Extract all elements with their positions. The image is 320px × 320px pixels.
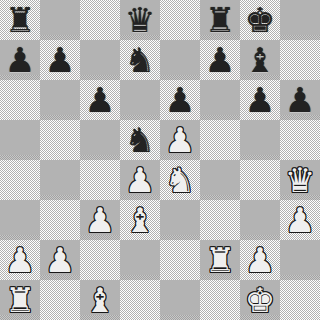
square-b7[interactable]: ♟ — [40, 40, 80, 80]
square-g6[interactable]: ♟ — [240, 80, 280, 120]
square-c2[interactable] — [80, 240, 120, 280]
chess-board: ♜♛♜♚♟♟♞♟♝♟♟♟♟♞♟♟♞♛♟♝♟♟♟♜♟♜♝♚ — [0, 0, 320, 320]
square-a8[interactable]: ♜ — [0, 0, 40, 40]
square-f1[interactable] — [200, 280, 240, 320]
square-g4[interactable] — [240, 160, 280, 200]
square-b5[interactable] — [40, 120, 80, 160]
square-c5[interactable] — [80, 120, 120, 160]
square-f5[interactable] — [200, 120, 240, 160]
square-e8[interactable] — [160, 0, 200, 40]
white-rook[interactable]: ♜ — [200, 240, 240, 280]
black-pawn[interactable]: ♟ — [240, 80, 280, 120]
square-g2[interactable]: ♟ — [240, 240, 280, 280]
square-g5[interactable] — [240, 120, 280, 160]
square-d8[interactable]: ♛ — [120, 0, 160, 40]
black-rook[interactable]: ♜ — [0, 0, 40, 40]
white-pawn[interactable]: ♟ — [0, 240, 40, 280]
black-rook[interactable]: ♜ — [200, 0, 240, 40]
square-h4[interactable]: ♛ — [280, 160, 320, 200]
square-g1[interactable]: ♚ — [240, 280, 280, 320]
square-d6[interactable] — [120, 80, 160, 120]
square-d7[interactable]: ♞ — [120, 40, 160, 80]
square-g7[interactable]: ♝ — [240, 40, 280, 80]
black-bishop[interactable]: ♝ — [240, 40, 280, 80]
square-d5[interactable]: ♞ — [120, 120, 160, 160]
square-f2[interactable]: ♜ — [200, 240, 240, 280]
square-c7[interactable] — [80, 40, 120, 80]
square-b6[interactable] — [40, 80, 80, 120]
black-pawn[interactable]: ♟ — [80, 80, 120, 120]
square-a4[interactable] — [0, 160, 40, 200]
square-e3[interactable] — [160, 200, 200, 240]
black-pawn[interactable]: ♟ — [40, 40, 80, 80]
square-b1[interactable] — [40, 280, 80, 320]
black-queen[interactable]: ♛ — [120, 0, 160, 40]
white-pawn[interactable]: ♟ — [160, 120, 200, 160]
square-h8[interactable] — [280, 0, 320, 40]
square-f8[interactable]: ♜ — [200, 0, 240, 40]
square-c4[interactable] — [80, 160, 120, 200]
square-d3[interactable]: ♝ — [120, 200, 160, 240]
white-pawn[interactable]: ♟ — [40, 240, 80, 280]
square-f4[interactable] — [200, 160, 240, 200]
black-knight[interactable]: ♞ — [120, 40, 160, 80]
square-a7[interactable]: ♟ — [0, 40, 40, 80]
square-g3[interactable] — [240, 200, 280, 240]
square-h7[interactable] — [280, 40, 320, 80]
square-b3[interactable] — [40, 200, 80, 240]
square-g8[interactable]: ♚ — [240, 0, 280, 40]
square-a3[interactable] — [0, 200, 40, 240]
square-h3[interactable]: ♟ — [280, 200, 320, 240]
black-pawn[interactable]: ♟ — [280, 80, 320, 120]
square-h1[interactable] — [280, 280, 320, 320]
square-a2[interactable]: ♟ — [0, 240, 40, 280]
square-a5[interactable] — [0, 120, 40, 160]
square-e2[interactable] — [160, 240, 200, 280]
square-f7[interactable]: ♟ — [200, 40, 240, 80]
square-c6[interactable]: ♟ — [80, 80, 120, 120]
square-d1[interactable] — [120, 280, 160, 320]
square-h2[interactable] — [280, 240, 320, 280]
square-e7[interactable] — [160, 40, 200, 80]
square-b2[interactable]: ♟ — [40, 240, 80, 280]
square-e4[interactable]: ♞ — [160, 160, 200, 200]
black-knight[interactable]: ♞ — [120, 120, 160, 160]
square-c8[interactable] — [80, 0, 120, 40]
square-d4[interactable]: ♟ — [120, 160, 160, 200]
black-pawn[interactable]: ♟ — [0, 40, 40, 80]
square-e5[interactable]: ♟ — [160, 120, 200, 160]
square-d2[interactable] — [120, 240, 160, 280]
square-f6[interactable] — [200, 80, 240, 120]
square-a1[interactable]: ♜ — [0, 280, 40, 320]
white-queen[interactable]: ♛ — [280, 160, 320, 200]
white-rook[interactable]: ♜ — [0, 280, 40, 320]
square-b8[interactable] — [40, 0, 80, 40]
white-pawn[interactable]: ♟ — [240, 240, 280, 280]
square-e6[interactable]: ♟ — [160, 80, 200, 120]
square-c1[interactable]: ♝ — [80, 280, 120, 320]
square-c3[interactable]: ♟ — [80, 200, 120, 240]
white-pawn[interactable]: ♟ — [120, 160, 160, 200]
white-knight[interactable]: ♞ — [160, 160, 200, 200]
white-pawn[interactable]: ♟ — [80, 200, 120, 240]
square-h6[interactable]: ♟ — [280, 80, 320, 120]
white-bishop[interactable]: ♝ — [120, 200, 160, 240]
square-h5[interactable] — [280, 120, 320, 160]
black-pawn[interactable]: ♟ — [160, 80, 200, 120]
square-e1[interactable] — [160, 280, 200, 320]
square-f3[interactable] — [200, 200, 240, 240]
white-king[interactable]: ♚ — [240, 280, 280, 320]
square-a6[interactable] — [0, 80, 40, 120]
black-king[interactable]: ♚ — [240, 0, 280, 40]
white-pawn[interactable]: ♟ — [280, 200, 320, 240]
square-b4[interactable] — [40, 160, 80, 200]
white-bishop[interactable]: ♝ — [80, 280, 120, 320]
black-pawn[interactable]: ♟ — [200, 40, 240, 80]
